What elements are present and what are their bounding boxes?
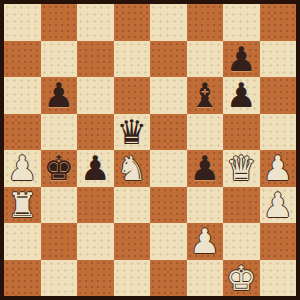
piece-white-queen[interactable]: ♛ [226, 150, 256, 187]
square-h5[interactable] [260, 114, 297, 151]
square-a8[interactable] [4, 4, 41, 41]
square-g4[interactable]: ♛ [223, 150, 260, 187]
square-b8[interactable] [41, 4, 78, 41]
square-h4[interactable]: ♟ [260, 150, 297, 187]
square-d8[interactable] [114, 4, 151, 41]
piece-black-pawn[interactable]: ♟ [44, 77, 74, 114]
square-d7[interactable] [114, 41, 151, 78]
square-c7[interactable] [77, 41, 114, 78]
piece-white-rook[interactable]: ♜ [7, 187, 37, 224]
piece-white-pawn[interactable]: ♟ [190, 223, 220, 260]
square-c8[interactable] [77, 4, 114, 41]
piece-black-pawn[interactable]: ♟ [190, 150, 220, 187]
board-frame: ♟♟♝♟♛♟♚♟♞♟♛♟♜♟♟♚ [0, 0, 300, 300]
square-f3[interactable] [187, 187, 224, 224]
piece-black-queen[interactable]: ♛ [117, 114, 147, 151]
piece-black-pawn[interactable]: ♟ [80, 150, 110, 187]
square-c1[interactable] [77, 260, 114, 297]
square-a6[interactable] [4, 77, 41, 114]
square-f1[interactable] [187, 260, 224, 297]
square-a1[interactable] [4, 260, 41, 297]
square-a2[interactable] [4, 223, 41, 260]
square-c4[interactable]: ♟ [77, 150, 114, 187]
square-f6[interactable]: ♝ [187, 77, 224, 114]
square-h1[interactable] [260, 260, 297, 297]
square-a4[interactable]: ♟ [4, 150, 41, 187]
square-h7[interactable] [260, 41, 297, 78]
chess-board: ♟♟♝♟♛♟♚♟♞♟♛♟♜♟♟♚ [4, 4, 296, 296]
square-a7[interactable] [4, 41, 41, 78]
square-g6[interactable]: ♟ [223, 77, 260, 114]
square-a3[interactable]: ♜ [4, 187, 41, 224]
square-b2[interactable] [41, 223, 78, 260]
square-g7[interactable]: ♟ [223, 41, 260, 78]
square-g1[interactable]: ♚ [223, 260, 260, 297]
square-a5[interactable] [4, 114, 41, 151]
square-d6[interactable] [114, 77, 151, 114]
square-f5[interactable] [187, 114, 224, 151]
piece-white-knight[interactable]: ♞ [117, 150, 147, 187]
square-d5[interactable]: ♛ [114, 114, 151, 151]
piece-black-king[interactable]: ♚ [44, 150, 74, 187]
square-f8[interactable] [187, 4, 224, 41]
square-e7[interactable] [150, 41, 187, 78]
square-e5[interactable] [150, 114, 187, 151]
square-b7[interactable] [41, 41, 78, 78]
square-d2[interactable] [114, 223, 151, 260]
piece-white-king[interactable]: ♚ [226, 260, 256, 297]
square-c6[interactable] [77, 77, 114, 114]
square-e6[interactable] [150, 77, 187, 114]
square-d3[interactable] [114, 187, 151, 224]
square-e4[interactable] [150, 150, 187, 187]
piece-black-pawn[interactable]: ♟ [226, 77, 256, 114]
square-d1[interactable] [114, 260, 151, 297]
square-h3[interactable]: ♟ [260, 187, 297, 224]
square-c2[interactable] [77, 223, 114, 260]
square-e2[interactable] [150, 223, 187, 260]
square-h2[interactable] [260, 223, 297, 260]
square-h6[interactable] [260, 77, 297, 114]
square-c3[interactable] [77, 187, 114, 224]
square-b5[interactable] [41, 114, 78, 151]
piece-white-pawn[interactable]: ♟ [263, 187, 293, 224]
square-b1[interactable] [41, 260, 78, 297]
square-e1[interactable] [150, 260, 187, 297]
square-g3[interactable] [223, 187, 260, 224]
square-c5[interactable] [77, 114, 114, 151]
square-f4[interactable]: ♟ [187, 150, 224, 187]
piece-white-pawn[interactable]: ♟ [7, 150, 37, 187]
piece-black-bishop[interactable]: ♝ [190, 77, 220, 114]
square-f7[interactable] [187, 41, 224, 78]
piece-white-pawn[interactable]: ♟ [263, 150, 293, 187]
square-g5[interactable] [223, 114, 260, 151]
square-b6[interactable]: ♟ [41, 77, 78, 114]
square-b3[interactable] [41, 187, 78, 224]
square-e3[interactable] [150, 187, 187, 224]
square-h8[interactable] [260, 4, 297, 41]
square-d4[interactable]: ♞ [114, 150, 151, 187]
square-g2[interactable] [223, 223, 260, 260]
piece-black-pawn[interactable]: ♟ [226, 41, 256, 78]
square-g8[interactable] [223, 4, 260, 41]
square-b4[interactable]: ♚ [41, 150, 78, 187]
square-e8[interactable] [150, 4, 187, 41]
square-f2[interactable]: ♟ [187, 223, 224, 260]
